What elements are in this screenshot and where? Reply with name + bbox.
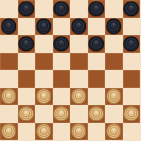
square-21[interactable] xyxy=(0,88,18,106)
light-man[interactable] xyxy=(71,88,87,104)
square-r4c4[interactable] xyxy=(53,53,71,71)
dark-man[interactable] xyxy=(106,18,122,34)
square-r4c2[interactable] xyxy=(18,53,36,71)
light-man[interactable] xyxy=(106,88,122,104)
square-8[interactable] xyxy=(105,18,123,36)
square-30[interactable] xyxy=(35,123,53,141)
square-r3c5[interactable] xyxy=(70,35,88,53)
square-28[interactable] xyxy=(123,105,141,123)
square-32[interactable] xyxy=(105,123,123,141)
square-24[interactable] xyxy=(105,88,123,106)
square-r8c4[interactable] xyxy=(53,123,71,141)
square-r1c7[interactable] xyxy=(105,0,123,18)
square-r8c8[interactable] xyxy=(123,123,141,141)
square-26[interactable] xyxy=(53,105,71,123)
dark-man[interactable] xyxy=(71,18,87,34)
square-r7c1[interactable] xyxy=(0,105,18,123)
square-10[interactable] xyxy=(53,35,71,53)
square-12[interactable] xyxy=(123,35,141,53)
square-r4c8[interactable] xyxy=(123,53,141,71)
dark-man[interactable] xyxy=(18,1,34,17)
square-13[interactable] xyxy=(0,53,18,71)
square-r6c6[interactable] xyxy=(88,88,106,106)
square-r2c8[interactable] xyxy=(123,18,141,36)
square-r7c3[interactable] xyxy=(35,105,53,123)
square-r4c6[interactable] xyxy=(88,53,106,71)
light-man[interactable] xyxy=(36,123,52,139)
square-r7c7[interactable] xyxy=(105,105,123,123)
square-14[interactable] xyxy=(35,53,53,71)
square-17[interactable] xyxy=(18,70,36,88)
square-9[interactable] xyxy=(18,35,36,53)
square-19[interactable] xyxy=(88,70,106,88)
square-r2c6[interactable] xyxy=(88,18,106,36)
square-23[interactable] xyxy=(70,88,88,106)
square-r7c5[interactable] xyxy=(70,105,88,123)
square-r2c4[interactable] xyxy=(53,18,71,36)
square-r6c8[interactable] xyxy=(123,88,141,106)
square-11[interactable] xyxy=(88,35,106,53)
light-man[interactable] xyxy=(106,123,122,139)
square-r1c3[interactable] xyxy=(35,0,53,18)
dark-man[interactable] xyxy=(36,18,52,34)
light-man[interactable] xyxy=(123,106,139,122)
dark-man[interactable] xyxy=(1,18,17,34)
dark-man[interactable] xyxy=(53,36,69,52)
square-r5c5[interactable] xyxy=(70,70,88,88)
square-4[interactable] xyxy=(123,0,141,18)
square-r3c3[interactable] xyxy=(35,35,53,53)
dark-man[interactable] xyxy=(88,36,104,52)
square-2[interactable] xyxy=(53,0,71,18)
square-3[interactable] xyxy=(88,0,106,18)
square-16[interactable] xyxy=(105,53,123,71)
square-5[interactable] xyxy=(0,18,18,36)
square-r1c5[interactable] xyxy=(70,0,88,18)
square-31[interactable] xyxy=(70,123,88,141)
square-r6c4[interactable] xyxy=(53,88,71,106)
square-r2c2[interactable] xyxy=(18,18,36,36)
dark-man[interactable] xyxy=(123,1,139,17)
square-6[interactable] xyxy=(35,18,53,36)
square-25[interactable] xyxy=(18,105,36,123)
square-1[interactable] xyxy=(18,0,36,18)
square-r8c6[interactable] xyxy=(88,123,106,141)
light-man[interactable] xyxy=(1,123,17,139)
square-15[interactable] xyxy=(70,53,88,71)
dark-man[interactable] xyxy=(53,1,69,17)
square-7[interactable] xyxy=(70,18,88,36)
square-20[interactable] xyxy=(123,70,141,88)
square-r3c1[interactable] xyxy=(0,35,18,53)
square-18[interactable] xyxy=(53,70,71,88)
dark-man[interactable] xyxy=(123,36,139,52)
square-r5c7[interactable] xyxy=(105,70,123,88)
square-27[interactable] xyxy=(88,105,106,123)
checkers-board xyxy=(0,0,140,140)
square-r5c3[interactable] xyxy=(35,70,53,88)
dark-man[interactable] xyxy=(18,36,34,52)
light-man[interactable] xyxy=(71,123,87,139)
light-man[interactable] xyxy=(88,106,104,122)
light-man[interactable] xyxy=(36,88,52,104)
square-r3c7[interactable] xyxy=(105,35,123,53)
light-man[interactable] xyxy=(1,88,17,104)
light-man[interactable] xyxy=(18,106,34,122)
square-r5c1[interactable] xyxy=(0,70,18,88)
square-r1c1[interactable] xyxy=(0,0,18,18)
square-r8c2[interactable] xyxy=(18,123,36,141)
square-r6c2[interactable] xyxy=(18,88,36,106)
dark-man[interactable] xyxy=(88,1,104,17)
square-29[interactable] xyxy=(0,123,18,141)
square-22[interactable] xyxy=(35,88,53,106)
light-man[interactable] xyxy=(53,106,69,122)
